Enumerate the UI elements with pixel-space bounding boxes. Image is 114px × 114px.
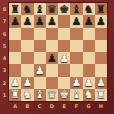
rank-label-5: 5 [0, 40, 9, 52]
square-b8[interactable]: ♞ [21, 3, 33, 15]
square-b1[interactable]: ♞ [21, 89, 33, 101]
square-h2[interactable]: ♟ [95, 77, 107, 89]
square-e5[interactable] [58, 40, 70, 52]
square-h1[interactable]: ♜ [95, 89, 107, 101]
file-label-b: B [21, 101, 33, 111]
piece-black-knight[interactable]: ♞ [83, 3, 95, 15]
square-c7[interactable]: ♟ [34, 15, 46, 27]
square-a8[interactable]: ♜ [9, 3, 21, 15]
square-g2[interactable]: ♟ [83, 77, 95, 89]
square-b2[interactable]: ♟ [21, 77, 33, 89]
piece-black-bishop[interactable]: ♝ [34, 3, 46, 15]
square-g3[interactable] [83, 64, 95, 76]
rank-labels: 87654321 [0, 3, 9, 101]
piece-white-knight[interactable]: ♞ [83, 89, 95, 101]
piece-black-rook[interactable]: ♜ [9, 3, 21, 15]
chess-board-frame: 87654321 ♜♞♝♛♚♝♞♜♟♟♟♟♟♟♟♟♟♟♟♟♟♟♟♜♞♝♛♚♝♞♜… [0, 0, 114, 114]
square-f5[interactable] [70, 40, 82, 52]
square-f4[interactable] [70, 52, 82, 64]
square-f7[interactable]: ♟ [70, 15, 82, 27]
file-label-h: H [95, 101, 107, 111]
file-label-g: G [83, 101, 95, 111]
piece-white-bishop[interactable]: ♝ [34, 89, 46, 101]
chess-board[interactable]: ♜♞♝♛♚♝♞♜♟♟♟♟♟♟♟♟♟♟♟♟♟♟♟♜♞♝♛♚♝♞♜ [9, 3, 107, 101]
piece-black-bishop[interactable]: ♝ [70, 3, 82, 15]
piece-white-pawn[interactable]: ♟ [70, 77, 82, 89]
square-e8[interactable]: ♚ [58, 3, 70, 15]
square-e1[interactable]: ♚ [58, 89, 70, 101]
piece-black-pawn[interactable]: ♟ [9, 15, 21, 27]
file-label-f: F [70, 101, 82, 111]
square-c4[interactable] [34, 52, 46, 64]
square-e4[interactable]: ♟ [58, 52, 70, 64]
square-d7[interactable]: ♟ [46, 15, 58, 27]
piece-white-pawn[interactable]: ♟ [9, 77, 21, 89]
square-c8[interactable]: ♝ [34, 3, 46, 15]
square-a1[interactable]: ♜ [9, 89, 21, 101]
square-a3[interactable] [9, 64, 21, 76]
piece-black-pawn[interactable]: ♟ [46, 52, 58, 64]
piece-white-pawn[interactable]: ♟ [21, 77, 33, 89]
piece-white-queen[interactable]: ♛ [46, 89, 58, 101]
square-c1[interactable]: ♝ [34, 89, 46, 101]
piece-white-bishop[interactable]: ♝ [70, 89, 82, 101]
square-g7[interactable]: ♟ [83, 15, 95, 27]
square-b7[interactable]: ♟ [21, 15, 33, 27]
square-f6[interactable] [70, 28, 82, 40]
piece-white-pawn[interactable]: ♟ [83, 77, 95, 89]
square-d1[interactable]: ♛ [46, 89, 58, 101]
square-d6[interactable] [46, 28, 58, 40]
square-g6[interactable] [83, 28, 95, 40]
square-d5[interactable] [46, 40, 58, 52]
rank-label-8: 8 [0, 3, 9, 15]
square-a4[interactable] [9, 52, 21, 64]
piece-black-pawn[interactable]: ♟ [34, 15, 46, 27]
square-c5[interactable] [34, 40, 46, 52]
square-f1[interactable]: ♝ [70, 89, 82, 101]
square-c3[interactable]: ♟ [34, 64, 46, 76]
square-a2[interactable]: ♟ [9, 77, 21, 89]
piece-black-pawn[interactable]: ♟ [70, 15, 82, 27]
square-h6[interactable] [95, 28, 107, 40]
square-h3[interactable] [95, 64, 107, 76]
piece-white-king[interactable]: ♚ [58, 89, 70, 101]
square-h5[interactable] [95, 40, 107, 52]
piece-white-pawn[interactable]: ♟ [34, 64, 46, 76]
square-d8[interactable]: ♛ [46, 3, 58, 15]
square-e7[interactable] [58, 15, 70, 27]
rank-label-1: 1 [0, 89, 9, 101]
square-g1[interactable]: ♞ [83, 89, 95, 101]
file-label-a: A [9, 101, 21, 111]
square-b6[interactable] [21, 28, 33, 40]
square-b3[interactable] [21, 64, 33, 76]
square-c6[interactable] [34, 28, 46, 40]
square-e3[interactable] [58, 64, 70, 76]
piece-black-pawn[interactable]: ♟ [21, 15, 33, 27]
square-f3[interactable] [70, 64, 82, 76]
rank-label-6: 6 [0, 28, 9, 40]
square-a6[interactable] [9, 28, 21, 40]
square-b5[interactable] [21, 40, 33, 52]
square-c2[interactable] [34, 77, 46, 89]
piece-black-king[interactable]: ♚ [58, 3, 70, 15]
file-label-c: C [34, 101, 46, 111]
square-d2[interactable] [46, 77, 58, 89]
square-h7[interactable]: ♟ [95, 15, 107, 27]
piece-black-pawn[interactable]: ♟ [95, 15, 107, 27]
piece-white-rook[interactable]: ♜ [9, 89, 21, 101]
square-h8[interactable]: ♜ [95, 3, 107, 15]
square-f8[interactable]: ♝ [70, 3, 82, 15]
rank-label-7: 7 [0, 15, 9, 27]
rank-label-3: 3 [0, 64, 9, 76]
square-d4[interactable]: ♟ [46, 52, 58, 64]
square-e6[interactable] [58, 28, 70, 40]
square-a5[interactable] [9, 40, 21, 52]
square-d3[interactable] [46, 64, 58, 76]
square-g5[interactable] [83, 40, 95, 52]
file-label-e: E [58, 101, 70, 111]
square-e2[interactable] [58, 77, 70, 89]
square-b4[interactable] [21, 52, 33, 64]
file-label-d: D [46, 101, 58, 111]
rank-label-2: 2 [0, 77, 9, 89]
piece-black-pawn[interactable]: ♟ [83, 15, 95, 27]
piece-white-pawn[interactable]: ♟ [95, 77, 107, 89]
piece-black-knight[interactable]: ♞ [21, 3, 33, 15]
square-g8[interactable]: ♞ [83, 3, 95, 15]
piece-white-rook[interactable]: ♜ [95, 89, 107, 101]
piece-white-pawn[interactable]: ♟ [58, 52, 70, 64]
piece-black-rook[interactable]: ♜ [95, 3, 107, 15]
square-h4[interactable] [95, 52, 107, 64]
piece-white-knight[interactable]: ♞ [21, 89, 33, 101]
piece-black-queen[interactable]: ♛ [46, 3, 58, 15]
piece-black-pawn[interactable]: ♟ [46, 15, 58, 27]
square-a7[interactable]: ♟ [9, 15, 21, 27]
square-f2[interactable]: ♟ [70, 77, 82, 89]
rank-label-4: 4 [0, 52, 9, 64]
square-g4[interactable] [83, 52, 95, 64]
file-labels: ABCDEFGH [9, 101, 107, 111]
